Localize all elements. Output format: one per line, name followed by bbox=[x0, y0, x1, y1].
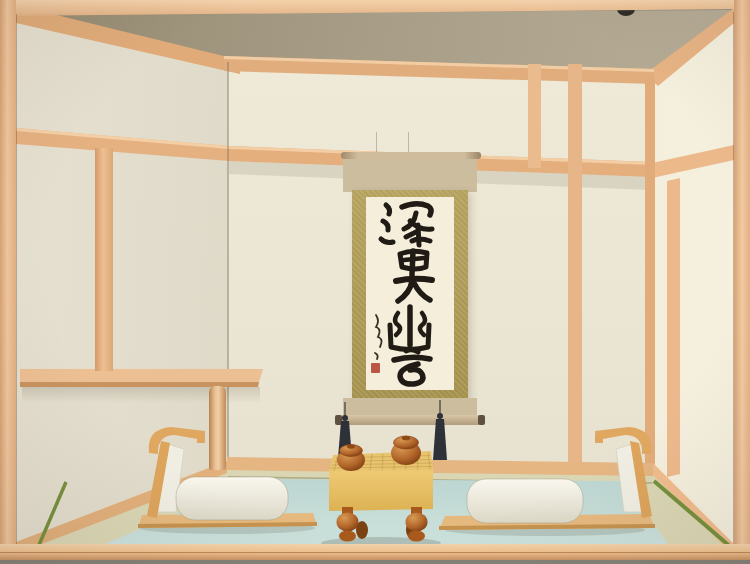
chair-headrest-stub bbox=[197, 433, 205, 443]
sill-seam bbox=[0, 552, 750, 553]
bowl-lid-knob bbox=[402, 436, 410, 441]
floor-chair-right bbox=[439, 427, 655, 536]
chair-cushion bbox=[467, 479, 583, 523]
fuchin-right bbox=[433, 400, 447, 460]
go-bowl-left bbox=[337, 444, 365, 471]
furniture-layer bbox=[0, 0, 750, 564]
frame-seam-left bbox=[16, 14, 17, 546]
chair-cushion bbox=[176, 477, 288, 520]
go-room-display: 深奥幽玄 bbox=[0, 0, 750, 564]
frame-seam-right bbox=[733, 12, 734, 546]
chair-headrest-stub bbox=[595, 433, 603, 443]
frame-right-post bbox=[734, 0, 750, 560]
frame-left-post bbox=[0, 0, 16, 560]
floor-chair-left bbox=[138, 427, 317, 534]
board-leg-front-right bbox=[406, 507, 428, 542]
outside-floor bbox=[0, 560, 750, 564]
bowl-lid-knob bbox=[347, 444, 355, 448]
go-bowl-right bbox=[391, 436, 421, 465]
board-leg-front-left bbox=[337, 507, 359, 542]
board-front-face bbox=[329, 468, 433, 511]
